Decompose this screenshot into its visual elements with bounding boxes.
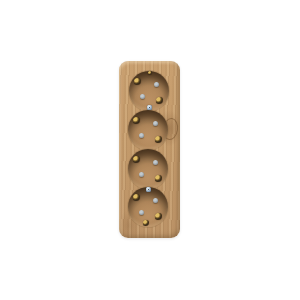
earthing-clip	[155, 136, 162, 143]
product-photo	[0, 0, 300, 300]
earthing-clip	[156, 97, 163, 104]
pin-hole	[154, 82, 159, 87]
socket-recess	[128, 187, 168, 227]
socket-recess	[128, 110, 168, 150]
earthing-clip	[133, 117, 140, 124]
earthing-clip	[155, 175, 162, 182]
pin-hole	[139, 133, 144, 138]
earthing-clip	[134, 78, 141, 85]
socket-recess	[128, 149, 168, 189]
pin-hole	[140, 94, 145, 99]
earthing-clip	[133, 156, 140, 163]
pin-hole	[139, 172, 144, 177]
assembly-screw	[147, 105, 152, 110]
pin-hole	[139, 210, 144, 215]
earthing-clip	[143, 220, 149, 226]
pin-hole	[153, 198, 158, 203]
pin-hole	[153, 121, 158, 126]
earthing-clip	[133, 194, 140, 201]
pin-hole	[153, 160, 158, 165]
assembly-screw	[146, 187, 151, 192]
earthing-clip	[155, 213, 162, 220]
earthing-clip	[148, 71, 152, 75]
wood-socket-panel	[119, 61, 180, 238]
